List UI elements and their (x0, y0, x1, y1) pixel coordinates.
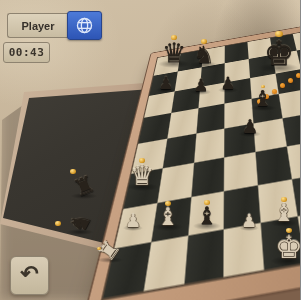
piece-black-pawn-a7[interactable]: ♟ (152, 75, 179, 92)
piece-white-pawn-d3[interactable]: ♟ (235, 212, 264, 230)
square-c1[interactable] (184, 230, 225, 284)
piece-black-pawn-c7[interactable]: ♟ (214, 75, 241, 92)
piece-black-bishop-e7[interactable]: ♝ (245, 88, 280, 110)
gold-crown-accent (281, 197, 286, 201)
undo-icon: ↶ (20, 263, 38, 285)
gold-crown-accent (70, 169, 75, 173)
gold-crown-accent (204, 200, 209, 204)
gold-crown-accent (139, 158, 145, 163)
square-d1[interactable] (224, 223, 264, 277)
move-trail-dot (280, 83, 285, 88)
player-label: Player (21, 20, 54, 32)
gold-crown-accent (275, 31, 282, 37)
gold-crown-accent (165, 201, 170, 205)
timer: 00:43 (3, 42, 50, 63)
player-button[interactable]: Player (7, 13, 68, 38)
globe-icon (75, 16, 94, 35)
piece-black-pawn-b7[interactable]: ♟ (187, 77, 214, 94)
gold-crown-accent (201, 39, 206, 43)
piece-black-knight-b8[interactable]: ♞ (185, 43, 223, 67)
move-trail-dot (288, 78, 293, 83)
piece-white-king-e2[interactable]: ♚ (264, 232, 300, 263)
square-f4[interactable] (282, 113, 300, 146)
gold-crown-accent (171, 35, 177, 40)
piece-white-queen-a4[interactable]: ♛ (120, 162, 163, 189)
globe-button[interactable] (67, 11, 102, 40)
piece-black-king-f8[interactable]: ♚ (252, 36, 300, 70)
piece-black-pawn-d6[interactable]: ♟ (235, 117, 265, 136)
piece-white-bishop-f3[interactable]: ♝ (265, 201, 300, 225)
game-screen: Player 00:43 ↶ ♜♞♛♞♚♟♟♟♝♟♛♟♝♝♟♝♚♜ (0, 0, 300, 300)
piece-black-bishop-c3[interactable]: ♝ (188, 204, 226, 228)
undo-button[interactable]: ↶ (10, 256, 49, 295)
piece-white-bishop-b3[interactable]: ♝ (149, 205, 187, 229)
square-f5[interactable] (278, 90, 300, 119)
gold-crown-accent (55, 221, 60, 225)
piece-white-pawn-a3[interactable]: ♟ (119, 212, 148, 230)
move-trail-dot (296, 73, 301, 78)
square-b1[interactable] (143, 236, 187, 291)
timer-value: 00:43 (9, 46, 45, 59)
